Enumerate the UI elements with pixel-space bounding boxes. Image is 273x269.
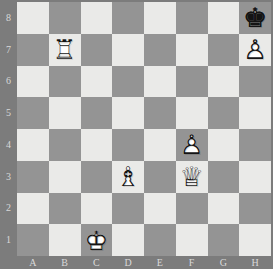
square-f8[interactable]: [176, 2, 208, 34]
file-label-f: F: [176, 256, 208, 269]
square-e6[interactable]: [144, 66, 176, 98]
square-c6[interactable]: [81, 66, 113, 98]
square-a4[interactable]: [17, 129, 49, 161]
file-labels: ABCDEFGH: [17, 256, 271, 269]
rank-label-1: 1: [0, 224, 17, 256]
square-b3[interactable]: [49, 161, 81, 193]
rank-label-6: 6: [0, 66, 17, 98]
rank-label-4: 4: [0, 129, 17, 161]
file-label-h: H: [239, 256, 271, 269]
king-glyph-outline: ♔: [81, 224, 113, 256]
square-h5[interactable]: [239, 97, 271, 129]
square-a3[interactable]: [17, 161, 49, 193]
chess-board: ♚♚♜♖♟♙♟♙♝♗♛♕♚♔: [17, 2, 271, 256]
square-g3[interactable]: [208, 161, 240, 193]
square-c4[interactable]: [81, 129, 113, 161]
square-h3[interactable]: [239, 161, 271, 193]
square-h6[interactable]: [239, 66, 271, 98]
square-e2[interactable]: [144, 193, 176, 225]
square-f2[interactable]: [176, 193, 208, 225]
square-d4[interactable]: [112, 129, 144, 161]
square-g2[interactable]: [208, 193, 240, 225]
piece-white-pawn[interactable]: ♟♙: [239, 34, 271, 66]
square-e4[interactable]: [144, 129, 176, 161]
square-h7[interactable]: ♟♙: [239, 34, 271, 66]
square-f4[interactable]: ♟♙: [176, 129, 208, 161]
king-glyph-outline: ♚: [239, 2, 271, 34]
pawn-glyph-outline: ♙: [239, 34, 271, 66]
rank-label-2: 2: [0, 193, 17, 225]
piece-white-queen[interactable]: ♛♕: [176, 161, 208, 193]
square-e8[interactable]: [144, 2, 176, 34]
square-a7[interactable]: [17, 34, 49, 66]
square-a1[interactable]: [17, 224, 49, 256]
square-c8[interactable]: [81, 2, 113, 34]
square-d3[interactable]: ♝♗: [112, 161, 144, 193]
square-d2[interactable]: [112, 193, 144, 225]
square-c2[interactable]: [81, 193, 113, 225]
piece-black-king[interactable]: ♚♚: [239, 2, 271, 34]
pawn-glyph-outline: ♙: [176, 129, 208, 161]
file-label-c: C: [81, 256, 113, 269]
square-h2[interactable]: [239, 193, 271, 225]
square-g4[interactable]: [208, 129, 240, 161]
square-g1[interactable]: [208, 224, 240, 256]
square-h4[interactable]: [239, 129, 271, 161]
piece-white-bishop[interactable]: ♝♗: [112, 161, 144, 193]
file-label-b: B: [49, 256, 81, 269]
square-e1[interactable]: [144, 224, 176, 256]
square-c1[interactable]: ♚♔: [81, 224, 113, 256]
square-c7[interactable]: [81, 34, 113, 66]
rank-label-3: 3: [0, 161, 17, 193]
piece-white-king[interactable]: ♚♔: [81, 224, 113, 256]
square-b6[interactable]: [49, 66, 81, 98]
square-d1[interactable]: [112, 224, 144, 256]
rank-labels: 87654321: [0, 2, 17, 256]
square-d6[interactable]: [112, 66, 144, 98]
piece-white-rook[interactable]: ♜♖: [49, 34, 81, 66]
square-f5[interactable]: [176, 97, 208, 129]
square-e5[interactable]: [144, 97, 176, 129]
bishop-glyph-outline: ♗: [112, 161, 144, 193]
rank-label-5: 5: [0, 97, 17, 129]
rank-label-7: 7: [0, 34, 17, 66]
square-d8[interactable]: [112, 2, 144, 34]
square-h8[interactable]: ♚♚: [239, 2, 271, 34]
square-f6[interactable]: [176, 66, 208, 98]
square-f7[interactable]: [176, 34, 208, 66]
square-b4[interactable]: [49, 129, 81, 161]
file-label-g: G: [208, 256, 240, 269]
square-g7[interactable]: [208, 34, 240, 66]
square-b8[interactable]: [49, 2, 81, 34]
file-label-e: E: [144, 256, 176, 269]
square-b5[interactable]: [49, 97, 81, 129]
square-d7[interactable]: [112, 34, 144, 66]
square-f3[interactable]: ♛♕: [176, 161, 208, 193]
square-g5[interactable]: [208, 97, 240, 129]
square-d5[interactable]: [112, 97, 144, 129]
square-e7[interactable]: [144, 34, 176, 66]
square-a2[interactable]: [17, 193, 49, 225]
square-c3[interactable]: [81, 161, 113, 193]
square-g8[interactable]: [208, 2, 240, 34]
square-b7[interactable]: ♜♖: [49, 34, 81, 66]
rank-label-8: 8: [0, 2, 17, 34]
queen-glyph-outline: ♕: [176, 161, 208, 193]
square-b2[interactable]: [49, 193, 81, 225]
square-e3[interactable]: [144, 161, 176, 193]
file-label-d: D: [112, 256, 144, 269]
file-label-a: A: [17, 256, 49, 269]
piece-white-pawn[interactable]: ♟♙: [176, 129, 208, 161]
square-g6[interactable]: [208, 66, 240, 98]
square-f1[interactable]: [176, 224, 208, 256]
rook-glyph-outline: ♖: [49, 34, 81, 66]
square-c5[interactable]: [81, 97, 113, 129]
square-h1[interactable]: [239, 224, 271, 256]
square-a5[interactable]: [17, 97, 49, 129]
square-a6[interactable]: [17, 66, 49, 98]
square-b1[interactable]: [49, 224, 81, 256]
chess-board-frame: 87654321 ♚♚♜♖♟♙♟♙♝♗♛♕♚♔ ABCDEFGH: [0, 0, 273, 269]
square-a8[interactable]: [17, 2, 49, 34]
